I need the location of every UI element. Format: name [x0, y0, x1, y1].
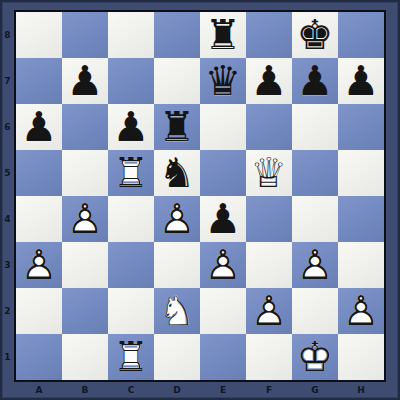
square-d7[interactable] [154, 58, 200, 104]
square-c3[interactable] [108, 242, 154, 288]
square-c2[interactable] [108, 288, 154, 334]
square-a4[interactable] [16, 196, 62, 242]
square-h5[interactable] [338, 150, 384, 196]
square-e6[interactable] [200, 104, 246, 150]
black-king-icon: ♚︎ [292, 12, 338, 58]
square-f3[interactable] [246, 242, 292, 288]
square-a1[interactable] [16, 334, 62, 380]
square-e5[interactable] [200, 150, 246, 196]
rank-label: 4 [0, 196, 15, 242]
square-g6[interactable] [292, 104, 338, 150]
square-a6[interactable]: ♟︎ [16, 104, 62, 150]
square-g4[interactable] [292, 196, 338, 242]
white-queen-icon: ♛︎ [246, 150, 292, 196]
square-g8[interactable]: ♚︎ [292, 12, 338, 58]
white-pawn-icon: ♟︎ [338, 288, 384, 334]
square-b4[interactable]: ♟︎♙︎ [62, 196, 108, 242]
white-pawn-icon: ♟︎ [62, 196, 108, 242]
square-g1[interactable]: ♚︎♔︎ [292, 334, 338, 380]
white-rook-outline-icon: ♖︎ [108, 334, 154, 380]
file-label: C [108, 381, 154, 398]
square-g5[interactable] [292, 150, 338, 196]
square-a5[interactable] [16, 150, 62, 196]
square-c7[interactable] [108, 58, 154, 104]
square-g7[interactable]: ♟︎ [292, 58, 338, 104]
square-b1[interactable] [62, 334, 108, 380]
square-h8[interactable] [338, 12, 384, 58]
white-pawn-icon: ♟︎ [246, 288, 292, 334]
rank-label: 3 [0, 242, 15, 288]
rank-label: 8 [0, 12, 15, 58]
square-g2[interactable] [292, 288, 338, 334]
square-d1[interactable] [154, 334, 200, 380]
rank-label: 5 [0, 150, 15, 196]
square-c1[interactable]: ♜︎♖︎ [108, 334, 154, 380]
square-b6[interactable] [62, 104, 108, 150]
white-pawn-icon: ♟︎ [16, 242, 62, 288]
square-f2[interactable]: ♟︎♙︎ [246, 288, 292, 334]
file-label: A [16, 381, 62, 398]
rank-labels: 87654321 [0, 12, 15, 380]
white-pawn-outline-icon: ♙︎ [246, 288, 292, 334]
white-rook-outline-icon: ♖︎ [108, 150, 154, 196]
file-label: H [338, 381, 384, 398]
square-c6[interactable]: ♟︎ [108, 104, 154, 150]
square-d2[interactable]: ♞︎♘︎ [154, 288, 200, 334]
file-labels: ABCDEFGH [16, 381, 384, 398]
square-d5[interactable]: ♞︎ [154, 150, 200, 196]
square-a8[interactable] [16, 12, 62, 58]
square-f6[interactable] [246, 104, 292, 150]
square-f7[interactable]: ♟︎ [246, 58, 292, 104]
square-b3[interactable] [62, 242, 108, 288]
chess-diagram-frame: 87654321 ♜︎♚︎♟︎♛︎♟︎♟︎♟︎♟︎♟︎♜︎♜︎♖︎♞︎♛︎♕︎♟… [0, 0, 400, 400]
white-pawn-outline-icon: ♙︎ [16, 242, 62, 288]
square-b8[interactable] [62, 12, 108, 58]
white-king-icon: ♚︎ [292, 334, 338, 380]
square-h2[interactable]: ♟︎♙︎ [338, 288, 384, 334]
black-rook-icon: ♜︎ [154, 104, 200, 150]
square-a3[interactable]: ♟︎♙︎ [16, 242, 62, 288]
black-knight-icon: ♞︎ [154, 150, 200, 196]
rank-label: 7 [0, 58, 15, 104]
black-pawn-icon: ♟︎ [200, 196, 246, 242]
white-knight-outline-icon: ♘︎ [154, 288, 200, 334]
white-pawn-icon: ♟︎ [292, 242, 338, 288]
white-knight-icon: ♞︎ [154, 288, 200, 334]
file-label: E [200, 381, 246, 398]
square-h1[interactable] [338, 334, 384, 380]
square-d4[interactable]: ♟︎♙︎ [154, 196, 200, 242]
square-b7[interactable]: ♟︎ [62, 58, 108, 104]
square-h4[interactable] [338, 196, 384, 242]
white-pawn-icon: ♟︎ [200, 242, 246, 288]
black-pawn-icon: ♟︎ [16, 104, 62, 150]
rank-label: 1 [0, 334, 15, 380]
rank-label: 6 [0, 104, 15, 150]
square-a2[interactable] [16, 288, 62, 334]
white-queen-outline-icon: ♕︎ [246, 150, 292, 196]
square-h3[interactable] [338, 242, 384, 288]
white-king-outline-icon: ♔︎ [292, 334, 338, 380]
chess-board: ♜︎♚︎♟︎♛︎♟︎♟︎♟︎♟︎♟︎♜︎♜︎♖︎♞︎♛︎♕︎♟︎♙︎♟︎♙︎♟︎… [16, 12, 384, 380]
square-c4[interactable] [108, 196, 154, 242]
square-b2[interactable] [62, 288, 108, 334]
square-g3[interactable]: ♟︎♙︎ [292, 242, 338, 288]
square-a7[interactable] [16, 58, 62, 104]
square-f8[interactable] [246, 12, 292, 58]
white-pawn-outline-icon: ♙︎ [200, 242, 246, 288]
file-label: D [154, 381, 200, 398]
white-pawn-outline-icon: ♙︎ [292, 242, 338, 288]
file-label: G [292, 381, 338, 398]
square-d3[interactable] [154, 242, 200, 288]
square-e3[interactable]: ♟︎♙︎ [200, 242, 246, 288]
black-pawn-icon: ♟︎ [246, 58, 292, 104]
white-pawn-outline-icon: ♙︎ [62, 196, 108, 242]
white-pawn-outline-icon: ♙︎ [338, 288, 384, 334]
square-f5[interactable]: ♛︎♕︎ [246, 150, 292, 196]
black-rook-icon: ♜︎ [200, 12, 246, 58]
square-f1[interactable] [246, 334, 292, 380]
white-pawn-icon: ♟︎ [154, 196, 200, 242]
square-c5[interactable]: ♜︎♖︎ [108, 150, 154, 196]
square-h7[interactable]: ♟︎ [338, 58, 384, 104]
black-queen-icon: ♛︎ [200, 58, 246, 104]
black-pawn-icon: ♟︎ [338, 58, 384, 104]
file-label: B [62, 381, 108, 398]
square-e4[interactable]: ♟︎ [200, 196, 246, 242]
square-f4[interactable] [246, 196, 292, 242]
black-pawn-icon: ♟︎ [108, 104, 154, 150]
square-e7[interactable]: ♛︎ [200, 58, 246, 104]
square-e2[interactable] [200, 288, 246, 334]
square-c8[interactable] [108, 12, 154, 58]
square-b5[interactable] [62, 150, 108, 196]
white-pawn-outline-icon: ♙︎ [154, 196, 200, 242]
square-d6[interactable]: ♜︎ [154, 104, 200, 150]
square-e1[interactable] [200, 334, 246, 380]
black-pawn-icon: ♟︎ [62, 58, 108, 104]
black-pawn-icon: ♟︎ [292, 58, 338, 104]
square-d8[interactable] [154, 12, 200, 58]
square-h6[interactable] [338, 104, 384, 150]
file-label: F [246, 381, 292, 398]
white-rook-icon: ♜︎ [108, 150, 154, 196]
rank-label: 2 [0, 288, 15, 334]
white-rook-icon: ♜︎ [108, 334, 154, 380]
square-e8[interactable]: ♜︎ [200, 12, 246, 58]
